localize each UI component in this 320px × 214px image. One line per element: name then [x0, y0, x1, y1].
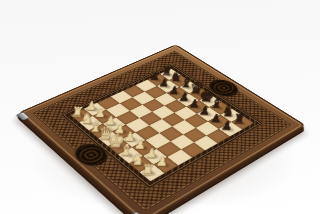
chess-board: ♜♞♝♛♚♝♞♜♟♟♟♟♟♟♟♟♟♟♟♟♟♟♟♟♜♞♝♛♚♝♞♜ [18, 44, 306, 214]
square-e5[interactable] [162, 113, 185, 127]
perspective-scene: ♜♞♝♛♚♝♞♜♟♟♟♟♟♟♟♟♟♟♟♟♟♟♟♟♜♞♝♛♚♝♞♜ [0, 6, 320, 214]
black-pawn[interactable]: ♟ [218, 120, 237, 132]
photo-stage: ♜♞♝♛♚♝♞♜♟♟♟♟♟♟♟♟♟♟♟♟♟♟♟♟♜♞♝♛♚♝♞♜ [0, 0, 320, 214]
camera-tilt-wrapper: ♜♞♝♛♚♝♞♜♟♟♟♟♟♟♟♟♟♟♟♟♟♟♟♟♜♞♝♛♚♝♞♜ [0, 6, 320, 214]
white-rook[interactable]: ♜ [138, 162, 158, 176]
